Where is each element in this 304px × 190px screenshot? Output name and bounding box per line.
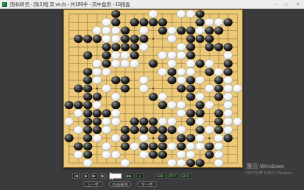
white-stone <box>93 27 102 35</box>
black-stone <box>121 35 130 43</box>
black-stone <box>121 43 130 51</box>
white-stone <box>121 60 130 68</box>
white-stone <box>177 68 186 76</box>
white-stone <box>196 118 205 126</box>
white-stone <box>139 151 148 159</box>
black-stone <box>158 126 167 134</box>
white-stone <box>111 118 120 126</box>
black-stone <box>167 76 176 84</box>
green-nav-button-0[interactable]: ▶▶ <box>124 173 133 179</box>
white-stone <box>83 159 92 167</box>
white-stone <box>158 51 167 59</box>
black-stone <box>214 84 223 92</box>
black-stone <box>139 35 148 43</box>
white-stone <box>186 68 195 76</box>
playback-toolbar: |◀◀▶▶|▶▶●连续提示跳转 <box>72 172 192 179</box>
white-stone <box>102 126 111 134</box>
white-stone <box>102 18 111 26</box>
black-stone <box>130 43 139 51</box>
black-stone <box>83 51 92 59</box>
black-stone <box>149 126 158 134</box>
toolbar-chip-0[interactable]: 连续 <box>155 173 166 179</box>
black-stone <box>93 118 102 126</box>
black-stone <box>205 68 214 76</box>
black-stone <box>158 134 167 142</box>
black-stone <box>83 142 92 150</box>
black-stone <box>83 101 92 109</box>
black-stone <box>93 35 102 43</box>
nav-button-3[interactable]: ▶| <box>100 173 108 179</box>
black-stone <box>177 142 186 150</box>
action-button-1[interactable]: 自动播放 <box>109 181 131 188</box>
black-stone <box>83 134 92 142</box>
white-stone <box>102 142 111 150</box>
black-stone <box>196 35 205 43</box>
white-stone <box>130 60 139 68</box>
white-stone <box>224 84 233 92</box>
white-stone <box>93 60 102 68</box>
black-stone <box>93 126 102 134</box>
white-stone <box>224 126 233 134</box>
white-stone <box>177 51 186 59</box>
white-stone <box>130 142 139 150</box>
white-stone <box>196 27 205 35</box>
white-stone <box>224 109 233 117</box>
white-stone <box>214 151 223 159</box>
white-stone <box>111 60 120 68</box>
nav-button-0[interactable]: |◀ <box>72 173 80 179</box>
maximize-icon[interactable]: □ <box>285 0 288 9</box>
black-stone <box>214 109 223 117</box>
black-stone <box>102 51 111 59</box>
action-buttons: 上一手自动播放下一手 <box>83 181 157 188</box>
white-stone <box>186 151 195 159</box>
black-stone <box>64 101 73 109</box>
black-stone <box>196 126 205 134</box>
white-stone <box>102 84 111 92</box>
white-stone <box>167 51 176 59</box>
white-stone <box>177 76 186 84</box>
white-stone <box>205 84 214 92</box>
action-button-0[interactable]: 上一手 <box>83 181 103 188</box>
white-stone <box>149 10 158 18</box>
black-stone <box>121 84 130 92</box>
black-stone <box>205 151 214 159</box>
black-stone <box>121 134 130 142</box>
white-stone <box>196 93 205 101</box>
white-stone <box>186 10 195 18</box>
black-stone <box>167 126 176 134</box>
black-stone <box>186 76 195 84</box>
black-stone <box>121 142 130 150</box>
black-stone <box>196 101 205 109</box>
black-stone <box>158 151 167 159</box>
white-stone <box>93 68 102 76</box>
black-stone <box>130 118 139 126</box>
black-stone <box>224 43 233 51</box>
watermark-line1: 激活 Windows <box>246 163 298 170</box>
white-stone <box>196 134 205 142</box>
white-stone <box>93 134 102 142</box>
white-stone <box>224 101 233 109</box>
white-stone <box>111 134 120 142</box>
nav-button-1[interactable]: ◀ <box>82 173 89 179</box>
white-stone <box>111 27 120 35</box>
black-stone <box>111 76 120 84</box>
white-stone <box>196 76 205 84</box>
white-stone <box>102 68 111 76</box>
white-stone <box>74 151 83 159</box>
activate-watermark: 激活 Windows 转到“设置”以激活 Windows。 <box>246 163 298 175</box>
black-stone <box>186 118 195 126</box>
black-stone <box>149 151 158 159</box>
white-stone <box>196 142 205 150</box>
white-stone <box>167 27 176 35</box>
black-stone <box>205 43 214 51</box>
white-stone <box>177 126 186 134</box>
black-stone <box>149 142 158 150</box>
black-stone <box>224 18 233 26</box>
black-stone <box>158 18 167 26</box>
green-nav-button-1[interactable]: ● <box>136 173 144 179</box>
white-stone <box>233 84 242 92</box>
black-stone <box>83 68 92 76</box>
action-button-2[interactable]: 下一手 <box>137 181 157 188</box>
black-stone <box>186 159 195 167</box>
white-stone <box>93 76 102 84</box>
white-stone <box>102 35 111 43</box>
white-stone <box>214 68 223 76</box>
watermark-line2: 转到“设置”以激活 Windows。 <box>246 170 295 175</box>
white-stone <box>102 27 111 35</box>
black-stone <box>149 118 158 126</box>
white-stone <box>158 93 167 101</box>
black-stone <box>149 18 158 26</box>
white-stone <box>177 159 186 167</box>
black-stone <box>83 126 92 134</box>
white-stone <box>93 101 102 109</box>
black-stone <box>74 84 83 92</box>
black-stone <box>205 35 214 43</box>
black-stone <box>64 134 73 142</box>
white-stone <box>167 101 176 109</box>
black-stone <box>214 93 223 101</box>
white-stone <box>167 118 176 126</box>
white-stone <box>111 109 120 117</box>
white-stone <box>205 60 214 68</box>
black-stone <box>186 134 195 142</box>
white-stone <box>205 18 214 26</box>
black-stone <box>214 76 223 84</box>
white-stone <box>214 159 223 167</box>
window-controls: – □ ✕ <box>274 0 300 9</box>
white-stone <box>111 35 120 43</box>
black-stone <box>177 134 186 142</box>
black-stone <box>121 126 130 134</box>
white-stone <box>121 159 130 167</box>
white-stone <box>177 101 186 109</box>
black-stone <box>167 68 176 76</box>
white-stone <box>167 159 176 167</box>
white-stone <box>177 151 186 159</box>
black-stone <box>83 84 92 92</box>
white-stone <box>177 43 186 51</box>
toolbar-chip-1[interactable]: 提示 <box>168 173 179 179</box>
white-stone <box>139 84 148 92</box>
black-stone <box>196 10 205 18</box>
white-stone <box>139 43 148 51</box>
black-stone <box>139 126 148 134</box>
white-stone <box>224 118 233 126</box>
black-stone <box>149 93 158 101</box>
white-stone <box>186 142 195 150</box>
black-stone <box>214 27 223 35</box>
minimize-icon[interactable]: – <box>274 0 277 9</box>
black-stone <box>186 43 195 51</box>
black-stone <box>214 118 223 126</box>
nav-button-2[interactable]: ▶ <box>91 173 98 179</box>
white-stone <box>102 118 111 126</box>
black-stone <box>102 60 111 68</box>
white-stone <box>177 109 186 117</box>
black-stone <box>196 60 205 68</box>
white-stone <box>186 60 195 68</box>
white-stone <box>139 76 148 84</box>
white-stone <box>64 118 73 126</box>
black-stone <box>139 118 148 126</box>
black-stone <box>130 18 139 26</box>
black-stone <box>93 109 102 117</box>
black-stone <box>224 68 233 76</box>
black-stone <box>83 118 92 126</box>
black-stone <box>205 27 214 35</box>
black-stone <box>111 43 120 51</box>
white-stone <box>167 142 176 150</box>
white-stone <box>214 18 223 26</box>
black-stone <box>205 142 214 150</box>
black-stone <box>186 84 195 92</box>
go-board[interactable] <box>63 9 243 168</box>
go-grid <box>64 10 242 167</box>
white-stone <box>139 27 148 35</box>
black-stone <box>139 142 148 150</box>
white-stone <box>177 10 186 18</box>
white-stone <box>224 51 233 59</box>
white-stone <box>224 93 233 101</box>
black-stone <box>186 93 195 101</box>
window-title: 围棋研究 - [第3局] 黑 vs 白 - 共186手 - 黑中盘胜 - 19路… <box>10 0 130 8</box>
black-stone <box>111 10 120 18</box>
black-stone <box>74 142 83 150</box>
black-stone <box>224 60 233 68</box>
white-stone <box>102 151 111 159</box>
black-stone <box>130 126 139 134</box>
black-stone <box>74 35 83 43</box>
black-stone <box>186 109 195 117</box>
toolbar-gap <box>146 175 153 176</box>
black-stone <box>196 109 205 117</box>
black-stone <box>214 43 223 51</box>
white-stone <box>167 35 176 43</box>
white-stone <box>167 60 176 68</box>
black-stone <box>158 142 167 150</box>
close-icon[interactable]: ✕ <box>296 0 300 9</box>
black-stone <box>149 60 158 68</box>
black-stone <box>196 18 205 26</box>
white-stone <box>139 134 148 142</box>
black-stone <box>83 109 92 117</box>
black-stone <box>224 134 233 142</box>
black-stone <box>158 101 167 109</box>
white-stone <box>158 118 167 126</box>
black-stone <box>130 51 139 59</box>
black-stone <box>158 27 167 35</box>
black-stone <box>83 151 92 159</box>
black-stone <box>74 101 83 109</box>
white-stone <box>214 134 223 142</box>
client-area: |◀◀▶▶|▶▶●连续提示跳转 上一手自动播放下一手 激活 Windows 转到… <box>0 9 304 190</box>
white-stone <box>205 126 214 134</box>
black-stone <box>93 93 102 101</box>
black-stone <box>111 18 120 26</box>
title-bar: 围棋研究 - [第3局] 黑 vs 白 - 共186手 - 黑中盘胜 - 19路… <box>0 0 304 9</box>
white-stone <box>111 151 120 159</box>
black-stone <box>102 43 111 51</box>
app-window: 围棋研究 - [第3局] 黑 vs 白 - 共186手 - 黑中盘胜 - 19路… <box>0 0 304 190</box>
black-stone <box>186 35 195 43</box>
black-stone <box>196 159 205 167</box>
black-stone <box>177 84 186 92</box>
toolbar-chip-2[interactable]: 跳转 <box>181 173 192 179</box>
black-stone <box>130 35 139 43</box>
black-stone <box>121 76 130 84</box>
white-stone <box>214 142 223 150</box>
black-stone <box>186 27 195 35</box>
black-stone <box>139 18 148 26</box>
white-stone <box>111 93 120 101</box>
black-stone <box>186 51 195 59</box>
app-icon <box>2 2 7 7</box>
black-stone <box>214 126 223 134</box>
black-stone <box>121 27 130 35</box>
black-stone <box>83 76 92 84</box>
black-stone <box>102 109 111 117</box>
white-stone <box>74 109 83 117</box>
white-stone <box>205 101 214 109</box>
black-stone <box>83 35 92 43</box>
white-stone <box>121 51 130 59</box>
white-stone <box>158 68 167 76</box>
black-stone <box>177 27 186 35</box>
black-stone <box>83 93 92 101</box>
white-stone <box>111 51 120 59</box>
white-stone <box>224 76 233 84</box>
white-stone <box>74 126 83 134</box>
white-stone <box>233 118 242 126</box>
black-stone <box>111 101 120 109</box>
